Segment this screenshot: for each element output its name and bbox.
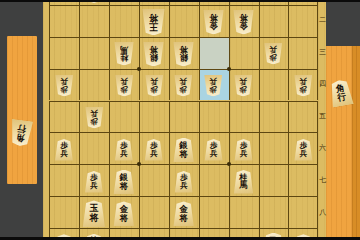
- piece-kanji: 歩: [150, 86, 158, 94]
- piece-kanji: 将: [150, 46, 158, 55]
- square-1g[interactable]: [288, 164, 318, 196]
- piece-kanji: 兵: [240, 78, 248, 86]
- rank-label-8: 八: [318, 208, 326, 217]
- square-3c[interactable]: [229, 37, 259, 69]
- square-9g[interactable]: [49, 164, 79, 196]
- square-1h[interactable]: [288, 196, 318, 228]
- piece-kanji: 将: [239, 14, 247, 23]
- piece-kanji: 桂: [120, 54, 128, 62]
- piece-kanji: 兵: [60, 78, 68, 86]
- piece-kanji: 歩: [300, 86, 308, 94]
- piece-kanji: 兵: [240, 150, 248, 158]
- square-4e[interactable]: [199, 101, 229, 133]
- square-6g[interactable]: [139, 164, 169, 196]
- piece-kanji: 将: [180, 46, 188, 55]
- piece-kanji: 兵: [180, 78, 188, 86]
- piece-kanji: 兵: [210, 150, 218, 158]
- square-8b[interactable]: [79, 5, 109, 37]
- square-2e[interactable]: [259, 101, 289, 133]
- square-1e[interactable]: [288, 101, 318, 133]
- piece-kanji: 将: [149, 13, 158, 23]
- piece-kanji: 将: [209, 14, 217, 23]
- piece-kanji: 兵: [90, 182, 98, 190]
- piece-kanji: 兵: [270, 46, 278, 54]
- piece-kanji: 兵: [210, 78, 218, 86]
- square-4g[interactable]: [199, 164, 229, 196]
- table-edge: [352, 46, 360, 237]
- piece-kanji: 歩: [270, 54, 278, 62]
- square-9c[interactable]: [49, 37, 79, 69]
- piece-kanji: 将: [180, 213, 188, 222]
- square-3e[interactable]: [229, 101, 259, 133]
- piece-kanji: 兵: [120, 150, 128, 158]
- piece-kanji: 馬: [120, 46, 128, 54]
- piece-kanji: 歩: [60, 86, 68, 94]
- piece-kanji: 将: [120, 213, 128, 222]
- piece-kanji: 将: [180, 150, 188, 159]
- square-4h[interactable]: [199, 196, 229, 228]
- rank-label-2: 二: [318, 16, 326, 25]
- piece-kanji: 兵: [180, 182, 188, 190]
- piece-kanji: 歩: [210, 86, 218, 94]
- top-crop-bar: [0, 0, 360, 2]
- star-point: [227, 162, 231, 166]
- square-6h[interactable]: [139, 196, 169, 228]
- star-point: [137, 67, 141, 71]
- square-3h[interactable]: [229, 196, 259, 228]
- piece-kanji: 行: [17, 124, 27, 134]
- piece-kanji: 兵: [300, 150, 308, 158]
- piece-kanji: 歩: [180, 86, 188, 94]
- star-point: [227, 67, 231, 71]
- rank-label-5: 五: [318, 112, 326, 121]
- piece-kanji: 兵: [300, 78, 308, 86]
- square-9b[interactable]: [49, 5, 79, 37]
- piece-kanji: 歩: [90, 118, 98, 126]
- piece-kanji: 兵: [150, 150, 158, 158]
- piece-kanji: 歩: [120, 86, 128, 94]
- shogi-app: 二三四五六七八香車飛車桂馬香車王将金将金将桂馬銀将銀将歩兵歩兵歩兵歩兵歩兵歩兵歩…: [0, 0, 360, 240]
- square-6e[interactable]: [139, 101, 169, 133]
- square-2d[interactable]: [259, 69, 289, 101]
- piece-kanji: 馬: [240, 182, 248, 190]
- square-8c[interactable]: [79, 37, 109, 69]
- square-7e[interactable]: [109, 101, 139, 133]
- piece-kanji: 兵: [60, 150, 68, 158]
- square-2f[interactable]: [259, 132, 289, 164]
- piece-kanji: 行: [337, 92, 347, 102]
- square-1c[interactable]: [288, 37, 318, 69]
- square-1b[interactable]: [288, 5, 318, 37]
- gote-captured-stand: [7, 36, 37, 184]
- piece-kanji: 兵: [120, 78, 128, 86]
- square-9e[interactable]: [49, 101, 79, 133]
- rank-label-3: 三: [318, 48, 326, 57]
- rank-label-6: 六: [318, 144, 326, 153]
- square-4c[interactable]: [199, 37, 229, 69]
- rank-label-7: 七: [318, 176, 326, 185]
- square-7b[interactable]: [109, 5, 139, 37]
- square-2g[interactable]: [259, 164, 289, 196]
- square-2h[interactable]: [259, 196, 289, 228]
- square-9h[interactable]: [49, 196, 79, 228]
- square-5b[interactable]: [169, 5, 199, 37]
- piece-kanji: 歩: [240, 86, 248, 94]
- square-8f[interactable]: [79, 132, 109, 164]
- rank-label-4: 四: [318, 80, 326, 89]
- sente-captured-stand: [326, 46, 352, 237]
- square-2b[interactable]: [259, 5, 289, 37]
- piece-kanji: 兵: [150, 78, 158, 86]
- piece-kanji: 兵: [90, 110, 98, 118]
- piece-kanji: 将: [89, 213, 98, 223]
- square-8d[interactable]: [79, 69, 109, 101]
- piece-kanji: 将: [120, 182, 128, 191]
- square-5e[interactable]: [169, 101, 199, 133]
